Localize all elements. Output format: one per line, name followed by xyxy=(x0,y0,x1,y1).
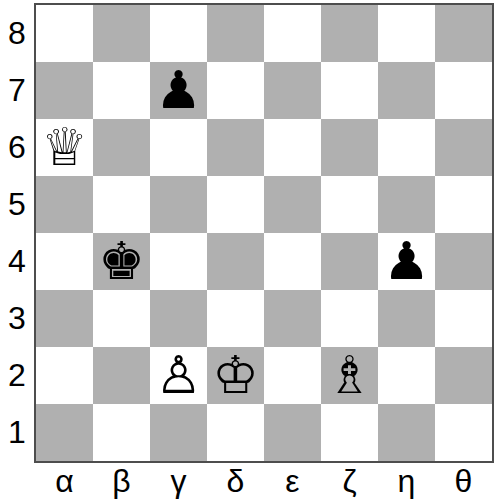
square-η2[interactable] xyxy=(378,347,435,404)
file-label-ε: ε xyxy=(264,463,321,500)
square-γ6[interactable] xyxy=(150,119,207,176)
square-α4[interactable] xyxy=(36,233,93,290)
square-γ8[interactable] xyxy=(150,5,207,62)
rank-label-2: 2 xyxy=(0,347,34,404)
file-label-β: β xyxy=(93,463,150,500)
file-label-γ: γ xyxy=(150,463,207,500)
square-γ4[interactable] xyxy=(150,233,207,290)
square-θ3[interactable] xyxy=(435,290,492,347)
square-β2[interactable] xyxy=(93,347,150,404)
square-ε3[interactable] xyxy=(264,290,321,347)
rank-label-8: 8 xyxy=(0,5,34,62)
square-ε5[interactable] xyxy=(264,176,321,233)
square-γ3[interactable] xyxy=(150,290,207,347)
square-ζ4[interactable] xyxy=(321,233,378,290)
file-label-θ: θ xyxy=(435,463,492,500)
file-label-α: α xyxy=(36,463,93,500)
rank-label-3: 3 xyxy=(0,290,34,347)
square-α7[interactable] xyxy=(36,62,93,119)
square-η7[interactable] xyxy=(378,62,435,119)
square-α5[interactable] xyxy=(36,176,93,233)
square-α8[interactable] xyxy=(36,5,93,62)
square-δ2[interactable]: ♔ xyxy=(207,347,264,404)
square-δ6[interactable] xyxy=(207,119,264,176)
square-η8[interactable] xyxy=(378,5,435,62)
square-β8[interactable] xyxy=(93,5,150,62)
square-θ5[interactable] xyxy=(435,176,492,233)
square-δ5[interactable] xyxy=(207,176,264,233)
square-η3[interactable] xyxy=(378,290,435,347)
square-θ7[interactable] xyxy=(435,62,492,119)
square-β4[interactable]: ♚ xyxy=(93,233,150,290)
square-θ6[interactable] xyxy=(435,119,492,176)
square-δ4[interactable] xyxy=(207,233,264,290)
rank-label-5: 5 xyxy=(0,176,34,233)
square-θ1[interactable] xyxy=(435,404,492,461)
square-η6[interactable] xyxy=(378,119,435,176)
rank-labels: 87654321 xyxy=(0,5,34,461)
square-γ5[interactable] xyxy=(150,176,207,233)
black-pawn[interactable]: ♟ xyxy=(155,62,202,119)
rank-label-4: 4 xyxy=(0,233,34,290)
square-β3[interactable] xyxy=(93,290,150,347)
square-θ8[interactable] xyxy=(435,5,492,62)
square-ε4[interactable] xyxy=(264,233,321,290)
square-ε6[interactable] xyxy=(264,119,321,176)
square-γ7[interactable]: ♟ xyxy=(150,62,207,119)
square-β7[interactable] xyxy=(93,62,150,119)
square-α3[interactable] xyxy=(36,290,93,347)
square-ζ6[interactable] xyxy=(321,119,378,176)
square-α6[interactable]: ♕ xyxy=(36,119,93,176)
square-γ2[interactable]: ♙ xyxy=(150,347,207,404)
square-α2[interactable] xyxy=(36,347,93,404)
square-δ3[interactable] xyxy=(207,290,264,347)
square-β1[interactable] xyxy=(93,404,150,461)
square-ζ7[interactable] xyxy=(321,62,378,119)
chess-diagram: 87654321 ♟♕♚♟♙♔♗ αβγδεζηθ xyxy=(0,0,500,500)
square-θ4[interactable] xyxy=(435,233,492,290)
square-ζ3[interactable] xyxy=(321,290,378,347)
square-δ8[interactable] xyxy=(207,5,264,62)
black-pawn[interactable]: ♟ xyxy=(383,233,430,290)
square-β5[interactable] xyxy=(93,176,150,233)
square-η1[interactable] xyxy=(378,404,435,461)
rank-label-6: 6 xyxy=(0,119,34,176)
square-ζ2[interactable]: ♗ xyxy=(321,347,378,404)
white-queen[interactable]: ♕ xyxy=(41,119,88,176)
white-bishop[interactable]: ♗ xyxy=(326,347,373,404)
square-θ2[interactable] xyxy=(435,347,492,404)
square-α1[interactable] xyxy=(36,404,93,461)
square-ε1[interactable] xyxy=(264,404,321,461)
square-ζ1[interactable] xyxy=(321,404,378,461)
file-label-ζ: ζ xyxy=(321,463,378,500)
square-δ7[interactable] xyxy=(207,62,264,119)
white-king[interactable]: ♔ xyxy=(212,347,259,404)
square-ζ5[interactable] xyxy=(321,176,378,233)
square-η4[interactable]: ♟ xyxy=(378,233,435,290)
rank-label-1: 1 xyxy=(0,404,34,461)
white-pawn[interactable]: ♙ xyxy=(155,347,202,404)
square-γ1[interactable] xyxy=(150,404,207,461)
file-labels: αβγδεζηθ xyxy=(36,463,492,499)
square-ε7[interactable] xyxy=(264,62,321,119)
square-ε2[interactable] xyxy=(264,347,321,404)
square-η5[interactable] xyxy=(378,176,435,233)
rank-label-7: 7 xyxy=(0,62,34,119)
file-label-δ: δ xyxy=(207,463,264,500)
square-β6[interactable] xyxy=(93,119,150,176)
board: ♟♕♚♟♙♔♗ xyxy=(34,3,494,463)
square-ε8[interactable] xyxy=(264,5,321,62)
square-δ1[interactable] xyxy=(207,404,264,461)
black-king[interactable]: ♚ xyxy=(98,233,145,290)
square-ζ8[interactable] xyxy=(321,5,378,62)
file-label-η: η xyxy=(378,463,435,500)
